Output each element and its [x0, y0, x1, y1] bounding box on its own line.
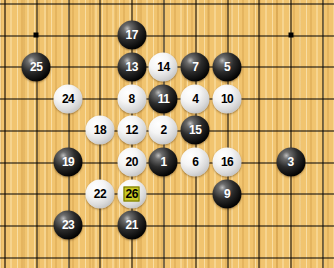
stone-white-2: 2: [149, 116, 178, 145]
stone-black-1: 1: [149, 147, 178, 176]
board-intersection[interactable]: [84, 0, 116, 19]
board-intersection[interactable]: 10: [211, 83, 243, 115]
move-number-label: 5: [224, 60, 230, 73]
board-intersection[interactable]: [179, 19, 211, 51]
move-number-label: 8: [129, 92, 135, 105]
board-intersection[interactable]: 5: [211, 51, 243, 83]
board-intersection[interactable]: [52, 178, 84, 210]
board-intersection[interactable]: 23: [52, 209, 84, 241]
stone-black-3: 3: [276, 147, 305, 176]
board-intersection[interactable]: [307, 19, 334, 51]
board-intersection[interactable]: [307, 83, 334, 115]
board-intersection[interactable]: [211, 19, 243, 51]
move-number-label: 17: [126, 29, 138, 42]
move-number-label: 14: [157, 60, 169, 73]
move-number-label: 6: [192, 155, 198, 168]
stone-white-16: 16: [213, 147, 242, 176]
board-intersection[interactable]: [275, 209, 307, 241]
board-intersection[interactable]: 9: [211, 178, 243, 210]
board-intersection[interactable]: [20, 241, 52, 268]
gomoku-board[interactable]: 1725131475248114101812215192016163222692…: [0, 0, 334, 268]
move-number-label: 11: [158, 92, 170, 105]
board-intersection[interactable]: [0, 209, 20, 241]
move-number-label: 24: [62, 92, 74, 105]
stone-white-18: 18: [85, 116, 114, 145]
board-intersection[interactable]: 26: [116, 178, 148, 210]
board-intersection[interactable]: [179, 209, 211, 241]
stone-black-25: 25: [22, 52, 51, 81]
move-number-label: 13: [126, 60, 138, 73]
stone-black-13: 13: [117, 52, 146, 81]
board-intersection[interactable]: [179, 0, 211, 19]
board-intersection[interactable]: [20, 209, 52, 241]
move-number-label: 22: [94, 187, 106, 200]
board-intersection[interactable]: [211, 0, 243, 19]
stone-white-4: 4: [181, 84, 210, 113]
board-intersection[interactable]: [52, 19, 84, 51]
board-intersection[interactable]: [84, 241, 116, 268]
board-intersection[interactable]: 24: [52, 83, 84, 115]
move-number-label: 21: [126, 219, 138, 232]
board-intersection[interactable]: 1: [148, 146, 180, 178]
board-intersection[interactable]: [0, 114, 20, 146]
board-intersection[interactable]: [307, 146, 334, 178]
board-intersection[interactable]: [52, 0, 84, 19]
board-intersection[interactable]: [52, 114, 84, 146]
board-intersection[interactable]: [116, 241, 148, 268]
board-intersection[interactable]: [0, 146, 20, 178]
board-intersection-grid: 1725131475248114101812215192016163222692…: [0, 0, 334, 268]
move-number-label: 2: [160, 124, 166, 137]
move-number-label: 25: [30, 60, 42, 73]
board-intersection[interactable]: [307, 0, 334, 19]
stone-black-19: 19: [54, 147, 83, 176]
board-intersection[interactable]: [20, 114, 52, 146]
board-intersection[interactable]: 3: [275, 146, 307, 178]
board-intersection[interactable]: 17: [116, 19, 148, 51]
stone-white-12: 12: [117, 116, 146, 145]
board-intersection[interactable]: [0, 83, 20, 115]
stone-white-8: 8: [117, 84, 146, 113]
board-intersection[interactable]: [243, 209, 275, 241]
board-intersection[interactable]: [179, 241, 211, 268]
star-point-intersection[interactable]: [275, 19, 307, 51]
move-number-label: 18: [94, 124, 106, 137]
board-intersection[interactable]: [84, 51, 116, 83]
stone-white-20: 20: [117, 147, 146, 176]
stone-black-17: 17: [117, 21, 146, 50]
board-intersection[interactable]: [20, 146, 52, 178]
board-intersection[interactable]: [275, 83, 307, 115]
last-move-number-label: 26: [124, 186, 140, 201]
board-intersection[interactable]: [211, 209, 243, 241]
board-intersection[interactable]: 11: [148, 83, 180, 115]
board-intersection[interactable]: [243, 83, 275, 115]
move-number-label: 19: [62, 155, 74, 168]
board-intersection[interactable]: [148, 0, 180, 19]
board-intersection[interactable]: 25: [20, 51, 52, 83]
board-intersection[interactable]: [0, 51, 20, 83]
board-intersection[interactable]: [243, 0, 275, 19]
board-intersection[interactable]: [275, 178, 307, 210]
board-intersection[interactable]: 12: [116, 114, 148, 146]
board-intersection[interactable]: [52, 51, 84, 83]
board-intersection[interactable]: [52, 241, 84, 268]
board-intersection[interactable]: [243, 146, 275, 178]
stone-black-5: 5: [213, 52, 242, 81]
board-intersection[interactable]: 16: [211, 146, 243, 178]
stone-white-10: 10: [213, 84, 242, 113]
move-number-label: 16: [221, 155, 233, 168]
board-intersection[interactable]: [148, 241, 180, 268]
board-intersection[interactable]: 22: [84, 178, 116, 210]
board-intersection[interactable]: [243, 241, 275, 268]
move-number-label: 9: [224, 187, 230, 200]
board-intersection[interactable]: [148, 209, 180, 241]
board-intersection[interactable]: [84, 209, 116, 241]
board-intersection[interactable]: [211, 241, 243, 268]
stone-white-6: 6: [181, 147, 210, 176]
move-number-label: 1: [160, 155, 166, 168]
board-intersection[interactable]: [275, 114, 307, 146]
board-intersection[interactable]: [84, 19, 116, 51]
board-intersection[interactable]: [243, 114, 275, 146]
board-intersection[interactable]: 2: [148, 114, 180, 146]
move-number-label: 15: [189, 124, 201, 137]
stone-white-24: 24: [54, 84, 83, 113]
stone-black-21: 21: [117, 211, 146, 240]
board-intersection[interactable]: [211, 114, 243, 146]
board-intersection[interactable]: [0, 0, 20, 19]
board-intersection[interactable]: 7: [179, 51, 211, 83]
board-intersection[interactable]: [0, 241, 20, 268]
board-intersection[interactable]: 13: [116, 51, 148, 83]
board-intersection[interactable]: [20, 178, 52, 210]
move-number-label: 23: [62, 219, 74, 232]
stone-black-11: 11: [149, 84, 178, 113]
board-intersection[interactable]: 8: [116, 83, 148, 115]
move-number-label: 3: [288, 155, 294, 168]
board-intersection[interactable]: [243, 51, 275, 83]
stone-white-26: 26: [117, 179, 146, 208]
move-number-label: 20: [126, 155, 138, 168]
stone-black-7: 7: [181, 52, 210, 81]
board-intersection[interactable]: [307, 178, 334, 210]
stone-black-15: 15: [181, 116, 210, 145]
board-intersection[interactable]: [84, 83, 116, 115]
board-intersection[interactable]: [275, 51, 307, 83]
board-intersection[interactable]: [148, 178, 180, 210]
move-number-label: 4: [192, 92, 198, 105]
board-intersection[interactable]: 4: [179, 83, 211, 115]
board-intersection[interactable]: [307, 209, 334, 241]
stone-black-23: 23: [54, 211, 83, 240]
board-intersection[interactable]: 14: [148, 51, 180, 83]
board-intersection[interactable]: [243, 178, 275, 210]
stone-black-9: 9: [213, 179, 242, 208]
board-intersection[interactable]: [307, 241, 334, 268]
board-intersection[interactable]: [20, 0, 52, 19]
stone-white-22: 22: [85, 179, 114, 208]
board-intersection[interactable]: [179, 178, 211, 210]
board-intersection[interactable]: 19: [52, 146, 84, 178]
board-intersection[interactable]: [0, 19, 20, 51]
board-intersection[interactable]: [20, 83, 52, 115]
board-intersection[interactable]: 21: [116, 209, 148, 241]
star-point-intersection[interactable]: [20, 19, 52, 51]
board-intersection[interactable]: [0, 178, 20, 210]
board-intersection[interactable]: 15: [179, 114, 211, 146]
board-intersection[interactable]: [84, 146, 116, 178]
move-number-label: 10: [221, 92, 233, 105]
stone-white-14: 14: [149, 52, 178, 81]
board-intersection[interactable]: 20: [116, 146, 148, 178]
board-intersection[interactable]: [116, 0, 148, 19]
board-intersection[interactable]: [307, 114, 334, 146]
board-intersection[interactable]: [275, 241, 307, 268]
board-intersection[interactable]: 18: [84, 114, 116, 146]
move-number-label: 12: [126, 124, 138, 137]
board-intersection[interactable]: [275, 0, 307, 19]
board-intersection[interactable]: 6: [179, 146, 211, 178]
board-intersection[interactable]: [148, 19, 180, 51]
board-intersection[interactable]: [243, 19, 275, 51]
board-intersection[interactable]: [307, 51, 334, 83]
move-number-label: 7: [192, 60, 198, 73]
